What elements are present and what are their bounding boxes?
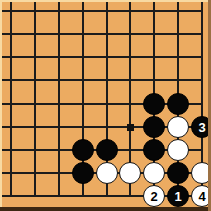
move-number-label: 3 bbox=[198, 121, 205, 134]
board-bevel-top bbox=[0, 0, 211, 2]
black-stone-numbered: 1 bbox=[167, 185, 189, 207]
black-stone bbox=[143, 139, 165, 161]
white-stone bbox=[167, 116, 189, 138]
move-number-label: 4 bbox=[198, 190, 205, 203]
move-number-label: 1 bbox=[174, 190, 181, 203]
white-stone bbox=[143, 162, 165, 184]
board-bevel-bottom bbox=[0, 207, 211, 211]
star-point bbox=[127, 124, 134, 131]
grid-line-vertical bbox=[10, 0, 12, 197]
white-stone-numbered: 2 bbox=[143, 185, 165, 207]
black-stone bbox=[143, 116, 165, 138]
board-bevel-right bbox=[208, 0, 211, 211]
black-stone bbox=[96, 139, 118, 161]
black-stone bbox=[72, 139, 94, 161]
white-stone bbox=[167, 139, 189, 161]
black-stone bbox=[167, 162, 189, 184]
grid-line-horizontal bbox=[0, 79, 203, 81]
grid-line-horizontal bbox=[0, 10, 203, 12]
black-stone bbox=[167, 93, 189, 115]
grid-line-horizontal bbox=[0, 56, 203, 58]
grid-line-vertical bbox=[58, 0, 60, 197]
white-stone bbox=[119, 162, 141, 184]
black-stone bbox=[72, 162, 94, 184]
board-bevel-left bbox=[0, 0, 2, 211]
black-stone bbox=[143, 93, 165, 115]
grid-line-horizontal bbox=[0, 33, 203, 35]
move-number-label: 2 bbox=[150, 190, 157, 203]
white-stone bbox=[96, 162, 118, 184]
go-board: 3214 bbox=[0, 0, 211, 211]
grid-line-vertical bbox=[34, 0, 36, 197]
